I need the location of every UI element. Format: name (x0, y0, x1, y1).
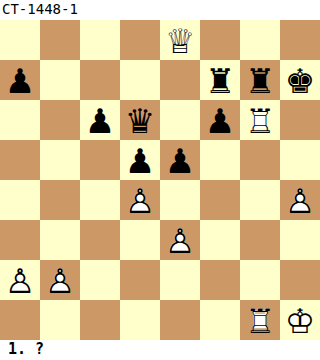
square-e2[interactable] (160, 260, 200, 300)
square-c8[interactable] (80, 20, 120, 60)
square-f5[interactable] (200, 140, 240, 180)
square-b7[interactable] (40, 60, 80, 100)
square-b6[interactable] (40, 100, 80, 140)
square-a6[interactable] (0, 100, 40, 140)
square-d6[interactable]: ♛ (120, 100, 160, 140)
square-e4[interactable] (160, 180, 200, 220)
square-g7[interactable]: ♜ (240, 60, 280, 100)
white-rook-fill: ♜ (240, 100, 280, 140)
square-b4[interactable] (40, 180, 80, 220)
white-pawn-fill: ♟ (40, 260, 80, 300)
square-d1[interactable] (120, 300, 160, 340)
square-d5[interactable]: ♟ (120, 140, 160, 180)
square-b5[interactable] (40, 140, 80, 180)
white-queen-fill: ♛ (160, 20, 200, 60)
white-pawn-fill: ♟ (280, 180, 320, 220)
square-f3[interactable] (200, 220, 240, 260)
black-pawn: ♟ (120, 140, 160, 180)
square-e3[interactable]: ♟♙ (160, 220, 200, 260)
puzzle-id: CT-1448-1 (0, 0, 320, 20)
square-e6[interactable] (160, 100, 200, 140)
square-d8[interactable] (120, 20, 160, 60)
square-c4[interactable] (80, 180, 120, 220)
square-a4[interactable] (0, 180, 40, 220)
square-h3[interactable] (280, 220, 320, 260)
black-pawn: ♟ (160, 140, 200, 180)
white-pawn: ♙ (280, 180, 320, 220)
square-f1[interactable] (200, 300, 240, 340)
square-e8[interactable]: ♛♕ (160, 20, 200, 60)
black-rook: ♜ (240, 60, 280, 100)
square-d3[interactable] (120, 220, 160, 260)
square-b2[interactable]: ♟♙ (40, 260, 80, 300)
square-g4[interactable] (240, 180, 280, 220)
white-rook: ♖ (240, 100, 280, 140)
white-king: ♔ (280, 300, 320, 340)
square-h4[interactable]: ♟♙ (280, 180, 320, 220)
white-pawn-fill: ♟ (160, 220, 200, 260)
square-b1[interactable] (40, 300, 80, 340)
black-queen: ♛ (120, 100, 160, 140)
black-pawn: ♟ (80, 100, 120, 140)
black-rook: ♜ (200, 60, 240, 100)
square-c7[interactable] (80, 60, 120, 100)
square-h8[interactable] (280, 20, 320, 60)
square-g8[interactable] (240, 20, 280, 60)
square-b3[interactable] (40, 220, 80, 260)
square-a1[interactable] (0, 300, 40, 340)
white-pawn: ♙ (120, 180, 160, 220)
square-g6[interactable]: ♜♖ (240, 100, 280, 140)
square-g1[interactable]: ♜♖ (240, 300, 280, 340)
white-pawn: ♙ (40, 260, 80, 300)
square-g3[interactable] (240, 220, 280, 260)
square-a8[interactable] (0, 20, 40, 60)
white-queen: ♕ (160, 20, 200, 60)
square-e1[interactable] (160, 300, 200, 340)
square-e7[interactable] (160, 60, 200, 100)
black-pawn: ♟ (200, 100, 240, 140)
square-g2[interactable] (240, 260, 280, 300)
white-pawn: ♙ (0, 260, 40, 300)
black-king: ♚ (280, 60, 320, 100)
white-king-fill: ♚ (280, 300, 320, 340)
white-rook: ♖ (240, 300, 280, 340)
white-rook-fill: ♜ (240, 300, 280, 340)
square-c6[interactable]: ♟ (80, 100, 120, 140)
square-h1[interactable]: ♚♔ (280, 300, 320, 340)
square-b8[interactable] (40, 20, 80, 60)
square-a7[interactable]: ♟ (0, 60, 40, 100)
square-a5[interactable] (0, 140, 40, 180)
black-pawn: ♟ (0, 60, 40, 100)
square-a2[interactable]: ♟♙ (0, 260, 40, 300)
white-pawn: ♙ (160, 220, 200, 260)
square-c2[interactable] (80, 260, 120, 300)
square-h6[interactable] (280, 100, 320, 140)
square-f7[interactable]: ♜ (200, 60, 240, 100)
square-a3[interactable] (0, 220, 40, 260)
move-prompt: 1. ? (0, 340, 320, 360)
square-d7[interactable] (120, 60, 160, 100)
white-pawn-fill: ♟ (120, 180, 160, 220)
square-c5[interactable] (80, 140, 120, 180)
square-d2[interactable] (120, 260, 160, 300)
square-h2[interactable] (280, 260, 320, 300)
square-h7[interactable]: ♚ (280, 60, 320, 100)
chess-board: ♛♕♟♜♜♚♟♛♟♜♖♟♟♟♙♟♙♟♙♟♙♟♙♜♖♚♔ (0, 20, 320, 340)
square-c1[interactable] (80, 300, 120, 340)
square-f2[interactable] (200, 260, 240, 300)
square-e5[interactable]: ♟ (160, 140, 200, 180)
square-h5[interactable] (280, 140, 320, 180)
square-f4[interactable] (200, 180, 240, 220)
square-f6[interactable]: ♟ (200, 100, 240, 140)
square-g5[interactable] (240, 140, 280, 180)
white-pawn-fill: ♟ (0, 260, 40, 300)
square-f8[interactable] (200, 20, 240, 60)
square-c3[interactable] (80, 220, 120, 260)
square-d4[interactable]: ♟♙ (120, 180, 160, 220)
